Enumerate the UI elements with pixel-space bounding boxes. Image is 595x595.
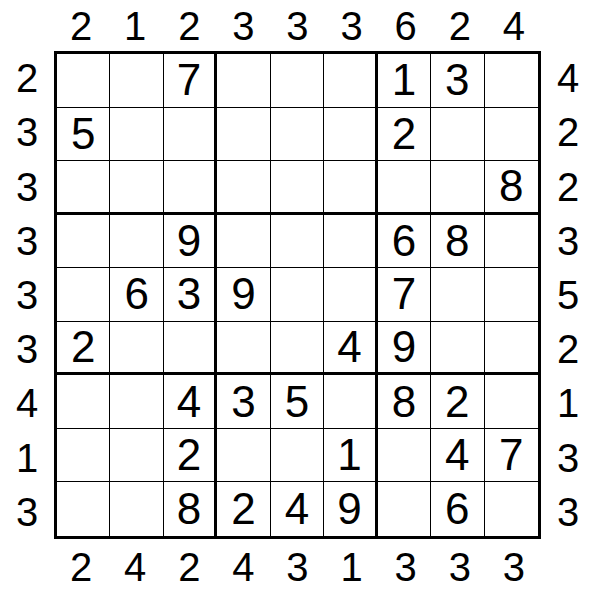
cell-r2c1[interactable]: 5 bbox=[57, 108, 110, 162]
cell-r6c2[interactable] bbox=[110, 322, 163, 376]
clue-top-1: 2 bbox=[54, 0, 108, 51]
clue-left-1: 2 bbox=[0, 51, 54, 105]
clue-right-3: 2 bbox=[541, 159, 595, 213]
cell-r4c2[interactable] bbox=[110, 215, 163, 269]
cell-r5c5[interactable] bbox=[271, 268, 324, 322]
cell-r8c7[interactable] bbox=[378, 429, 431, 483]
cell-r1c3[interactable]: 7 bbox=[164, 54, 217, 108]
clue-right-5: 5 bbox=[541, 268, 595, 322]
cell-r8c2[interactable] bbox=[110, 429, 163, 483]
cell-r4c6[interactable] bbox=[324, 215, 377, 269]
cell-r7c1[interactable] bbox=[57, 375, 110, 429]
cell-r9c5[interactable]: 4 bbox=[271, 482, 324, 536]
cell-r1c6[interactable] bbox=[324, 54, 377, 108]
cell-r5c3[interactable]: 3 bbox=[164, 268, 217, 322]
cell-r9c9[interactable] bbox=[485, 482, 538, 536]
cell-r6c5[interactable] bbox=[271, 322, 324, 376]
cell-r5c6[interactable] bbox=[324, 268, 377, 322]
cell-r6c9[interactable] bbox=[485, 322, 538, 376]
cell-r1c9[interactable] bbox=[485, 54, 538, 108]
cell-r5c7[interactable]: 7 bbox=[378, 268, 431, 322]
cell-r6c8[interactable] bbox=[431, 322, 484, 376]
cell-r1c5[interactable] bbox=[271, 54, 324, 108]
cell-r5c9[interactable] bbox=[485, 268, 538, 322]
cell-r8c5[interactable] bbox=[271, 429, 324, 483]
clue-right-8: 3 bbox=[541, 431, 595, 485]
clue-right-4: 3 bbox=[541, 214, 595, 268]
cell-r1c1[interactable] bbox=[57, 54, 110, 108]
clue-top-9: 4 bbox=[487, 0, 541, 51]
cell-r5c2[interactable]: 6 bbox=[110, 268, 163, 322]
clue-left-7: 4 bbox=[0, 376, 54, 430]
clue-left-9: 3 bbox=[0, 485, 54, 539]
right-clues: 422352133 bbox=[541, 51, 595, 539]
cell-r3c5[interactable] bbox=[271, 161, 324, 215]
cell-r2c4[interactable] bbox=[217, 108, 270, 162]
cell-r8c8[interactable]: 4 bbox=[431, 429, 484, 483]
cell-r5c1[interactable] bbox=[57, 268, 110, 322]
cell-r4c7[interactable]: 6 bbox=[378, 215, 431, 269]
cell-r7c2[interactable] bbox=[110, 375, 163, 429]
cell-r7c5[interactable]: 5 bbox=[271, 375, 324, 429]
cell-r2c7[interactable]: 2 bbox=[378, 108, 431, 162]
cell-r9c3[interactable]: 8 bbox=[164, 482, 217, 536]
clue-bottom-6: 1 bbox=[325, 539, 379, 595]
clue-left-2: 3 bbox=[0, 105, 54, 159]
clue-top-5: 3 bbox=[270, 0, 324, 51]
cell-r1c2[interactable] bbox=[110, 54, 163, 108]
clue-top-6: 3 bbox=[325, 0, 379, 51]
left-clues: 233333413 bbox=[0, 51, 54, 539]
cell-r3c9[interactable]: 8 bbox=[485, 161, 538, 215]
cell-r3c8[interactable] bbox=[431, 161, 484, 215]
cell-r8c4[interactable] bbox=[217, 429, 270, 483]
cell-r4c8[interactable]: 8 bbox=[431, 215, 484, 269]
cell-r3c7[interactable] bbox=[378, 161, 431, 215]
clue-right-6: 2 bbox=[541, 322, 595, 376]
cell-r1c8[interactable]: 3 bbox=[431, 54, 484, 108]
bottom-clues: 242431333 bbox=[54, 539, 541, 595]
sudoku-board: 713528968639724943582214782496 bbox=[54, 51, 541, 539]
cell-r7c6[interactable] bbox=[324, 375, 377, 429]
cell-r7c8[interactable]: 2 bbox=[431, 375, 484, 429]
cell-r6c4[interactable] bbox=[217, 322, 270, 376]
clue-top-2: 1 bbox=[108, 0, 162, 51]
top-clues: 212333624 bbox=[54, 0, 541, 51]
cell-r4c5[interactable] bbox=[271, 215, 324, 269]
cell-r2c8[interactable] bbox=[431, 108, 484, 162]
cell-r4c3[interactable]: 9 bbox=[164, 215, 217, 269]
cell-r8c1[interactable] bbox=[57, 429, 110, 483]
clue-left-5: 3 bbox=[0, 268, 54, 322]
cell-r9c8[interactable]: 6 bbox=[431, 482, 484, 536]
cell-r2c2[interactable] bbox=[110, 108, 163, 162]
clue-top-3: 2 bbox=[162, 0, 216, 51]
cell-r2c3[interactable] bbox=[164, 108, 217, 162]
clue-bottom-9: 3 bbox=[487, 539, 541, 595]
clue-top-7: 6 bbox=[379, 0, 433, 51]
clue-bottom-4: 4 bbox=[216, 539, 270, 595]
cell-r4c9[interactable] bbox=[485, 215, 538, 269]
cell-r8c6[interactable]: 1 bbox=[324, 429, 377, 483]
cell-r6c6[interactable]: 4 bbox=[324, 322, 377, 376]
cell-r1c4[interactable] bbox=[217, 54, 270, 108]
cell-r5c8[interactable] bbox=[431, 268, 484, 322]
clue-bottom-8: 3 bbox=[433, 539, 487, 595]
clue-left-4: 3 bbox=[0, 214, 54, 268]
cell-r1c7[interactable]: 1 bbox=[378, 54, 431, 108]
cell-r3c6[interactable] bbox=[324, 161, 377, 215]
cell-r7c9[interactable] bbox=[485, 375, 538, 429]
cell-r4c1[interactable] bbox=[57, 215, 110, 269]
cell-r9c6[interactable]: 9 bbox=[324, 482, 377, 536]
cell-r2c5[interactable] bbox=[271, 108, 324, 162]
clue-right-1: 4 bbox=[541, 51, 595, 105]
clue-bottom-2: 4 bbox=[108, 539, 162, 595]
cell-r5c4[interactable]: 9 bbox=[217, 268, 270, 322]
clue-bottom-3: 2 bbox=[162, 539, 216, 595]
cell-r6c3[interactable] bbox=[164, 322, 217, 376]
skyscraper-sudoku-puzzle: 212333624 242431333 233333413 422352133 … bbox=[0, 0, 595, 595]
cell-r3c3[interactable] bbox=[164, 161, 217, 215]
cell-r7c7[interactable]: 8 bbox=[378, 375, 431, 429]
cell-r6c1[interactable]: 2 bbox=[57, 322, 110, 376]
clue-left-6: 3 bbox=[0, 322, 54, 376]
cell-r9c7[interactable] bbox=[378, 482, 431, 536]
cell-r7c4[interactable]: 3 bbox=[217, 375, 270, 429]
cell-r3c2[interactable] bbox=[110, 161, 163, 215]
clue-bottom-5: 3 bbox=[270, 539, 324, 595]
cell-r4c4[interactable] bbox=[217, 215, 270, 269]
clue-right-7: 1 bbox=[541, 376, 595, 430]
cell-r2c9[interactable] bbox=[485, 108, 538, 162]
clue-right-2: 2 bbox=[541, 105, 595, 159]
clue-top-4: 3 bbox=[216, 0, 270, 51]
cell-r9c1[interactable] bbox=[57, 482, 110, 536]
cell-r6c7[interactable]: 9 bbox=[378, 322, 431, 376]
cell-r9c4[interactable]: 2 bbox=[217, 482, 270, 536]
cell-r7c3[interactable]: 4 bbox=[164, 375, 217, 429]
clue-top-8: 2 bbox=[433, 0, 487, 51]
clue-left-8: 1 bbox=[0, 431, 54, 485]
cell-r2c6[interactable] bbox=[324, 108, 377, 162]
cell-r8c3[interactable]: 2 bbox=[164, 429, 217, 483]
clue-left-3: 3 bbox=[0, 159, 54, 213]
cell-r3c1[interactable] bbox=[57, 161, 110, 215]
cell-r9c2[interactable] bbox=[110, 482, 163, 536]
clue-bottom-7: 3 bbox=[379, 539, 433, 595]
clue-right-9: 3 bbox=[541, 485, 595, 539]
clue-bottom-1: 2 bbox=[54, 539, 108, 595]
cell-r3c4[interactable] bbox=[217, 161, 270, 215]
cell-r8c9[interactable]: 7 bbox=[485, 429, 538, 483]
